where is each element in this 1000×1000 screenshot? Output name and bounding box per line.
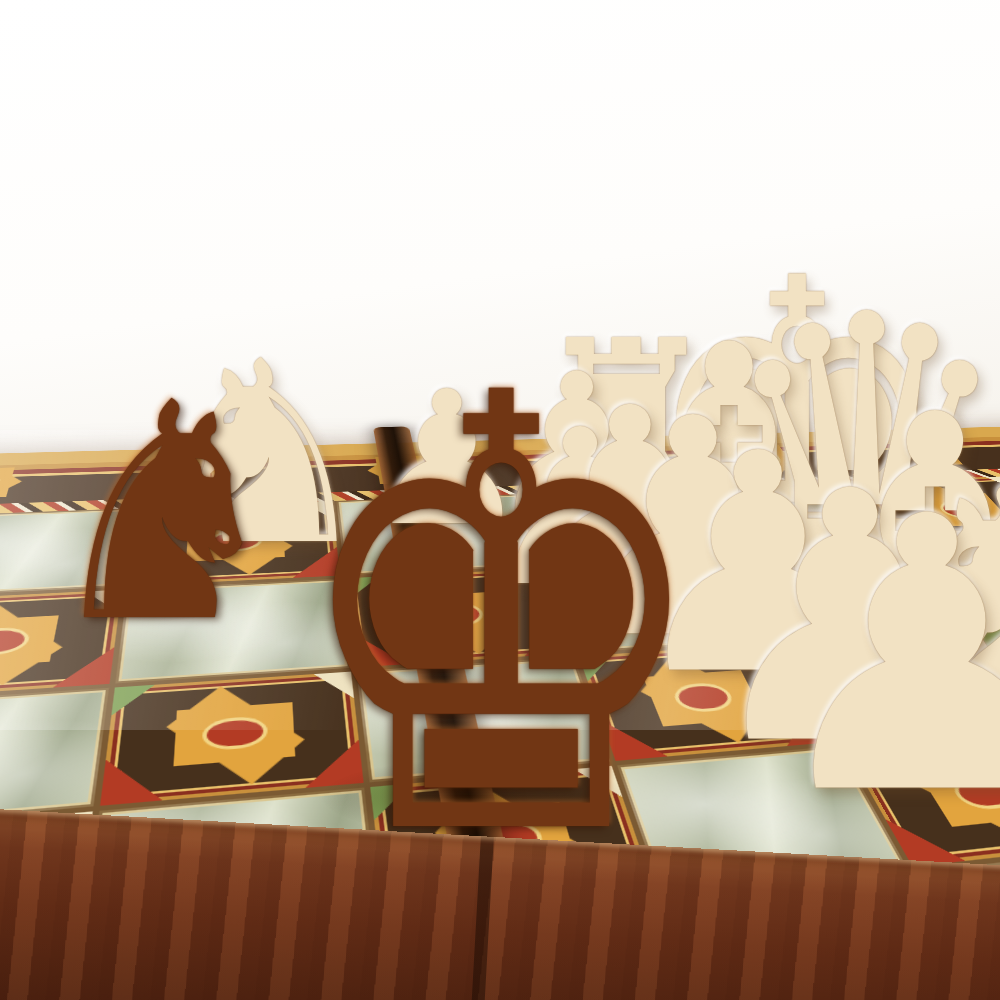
chess-set-photo: ♜♟♟♞♚♝♛♟♟♞♟♟♝♞♟♟♚ xyxy=(0,0,1000,1000)
pieces-layer: ♜♟♟♞♚♝♛♟♟♞♟♟♝♞♟♟♚ xyxy=(0,0,1000,1000)
white-pawn-glyph: ♟ xyxy=(758,467,1000,845)
dark-knight-glyph: ♞ xyxy=(39,364,286,664)
dark-king-glyph: ♚ xyxy=(286,319,716,919)
